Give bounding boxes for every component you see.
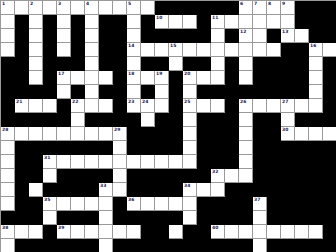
- black-cell-r12c5: [71, 169, 85, 183]
- white-cell-r8c10[interactable]: [141, 113, 155, 127]
- white-cell-r7c3[interactable]: [43, 99, 57, 113]
- black-cell-r1c5: [71, 15, 85, 29]
- black-cell-r17c2: [29, 239, 43, 252]
- white-cell-r6c13[interactable]: [183, 85, 197, 99]
- white-cell-r4c9[interactable]: [127, 57, 141, 71]
- white-cell-r13c0[interactable]: [1, 183, 15, 197]
- white-cell-r11c13[interactable]: [183, 155, 197, 169]
- white-cell-r9c6[interactable]: [85, 127, 99, 141]
- white-cell-r3c2[interactable]: [29, 43, 43, 57]
- white-cell-r16c15[interactable]: 40: [211, 225, 225, 239]
- white-cell-r0c9[interactable]: 5: [127, 1, 141, 15]
- black-cell-r10c9: [127, 141, 141, 155]
- white-cell-r0c0[interactable]: 1: [1, 1, 15, 15]
- black-cell-r15c5: [71, 211, 85, 225]
- black-cell-r13c10: [141, 183, 155, 197]
- white-cell-r12c3[interactable]: [43, 169, 57, 183]
- white-cell-r13c13[interactable]: 34: [183, 183, 197, 197]
- white-cell-r3c14[interactable]: [197, 43, 211, 57]
- black-cell-r6c15: [211, 85, 225, 99]
- white-cell-r0c2[interactable]: 2: [29, 1, 43, 15]
- white-cell-r14c11[interactable]: [155, 197, 169, 211]
- black-cell-r6c23: [323, 85, 336, 99]
- black-cell-r3c1: [15, 43, 29, 57]
- white-cell-r1c11[interactable]: 10: [155, 15, 169, 29]
- clue-number-12: 12: [240, 29, 246, 34]
- white-cell-r9c13[interactable]: [183, 127, 197, 141]
- white-cell-r5c6[interactable]: [85, 71, 99, 85]
- white-cell-r4c15[interactable]: [211, 57, 225, 71]
- black-cell-r10c18: [253, 141, 267, 155]
- white-cell-r9c4[interactable]: [57, 127, 71, 141]
- white-cell-r5c13[interactable]: 20: [183, 71, 197, 85]
- white-cell-r8c20[interactable]: [281, 113, 295, 127]
- white-cell-r9c7[interactable]: [99, 127, 113, 141]
- black-cell-r8c23: [323, 113, 336, 127]
- white-cell-r0c19[interactable]: 8: [267, 1, 281, 15]
- white-cell-r0c7[interactable]: [99, 1, 113, 15]
- black-cell-r3c5: [71, 43, 85, 57]
- clue-number-31: 31: [44, 155, 50, 160]
- white-cell-r1c4[interactable]: [57, 15, 71, 29]
- white-cell-r5c22[interactable]: [309, 71, 323, 85]
- clue-number-34: 34: [184, 183, 190, 188]
- white-cell-r4c17[interactable]: [239, 57, 253, 71]
- black-cell-r8c19: [267, 113, 281, 127]
- white-cell-r11c6[interactable]: [85, 155, 99, 169]
- white-cell-r1c18[interactable]: [253, 15, 267, 29]
- white-cell-r13c15[interactable]: [211, 183, 225, 197]
- white-cell-r2c20[interactable]: 13: [281, 29, 295, 43]
- white-cell-r10c8[interactable]: [113, 141, 127, 155]
- black-cell-r17c19: [267, 239, 281, 252]
- white-cell-r11c7[interactable]: [99, 155, 113, 169]
- white-cell-r1c12[interactable]: [169, 15, 183, 29]
- white-cell-r0c20[interactable]: 9: [281, 1, 295, 15]
- clue-number-23: 23: [128, 99, 134, 104]
- black-cell-r6c20: [281, 85, 295, 99]
- white-cell-r16c22[interactable]: [309, 225, 323, 239]
- black-cell-r10c21: [295, 141, 309, 155]
- black-cell-r11c19: [267, 155, 281, 169]
- black-cell-r6c7: [99, 85, 113, 99]
- white-cell-r17c0[interactable]: [1, 239, 15, 252]
- white-cell-r5c7[interactable]: [99, 71, 113, 85]
- white-cell-r14c4[interactable]: [57, 197, 71, 211]
- white-cell-r4c12[interactable]: [169, 57, 183, 71]
- white-cell-r16c4[interactable]: 39: [57, 225, 71, 239]
- white-cell-r2c15[interactable]: [211, 29, 225, 43]
- black-cell-r14c14: [197, 197, 211, 211]
- white-cell-r3c17[interactable]: [239, 43, 253, 57]
- white-cell-r0c5[interactable]: [71, 1, 85, 15]
- white-cell-r0c8[interactable]: [113, 1, 127, 15]
- white-cell-r9c3[interactable]: [43, 127, 57, 141]
- white-cell-r9c8[interactable]: 29: [113, 127, 127, 141]
- clue-number-5: 5: [128, 1, 131, 6]
- white-cell-r13c14[interactable]: [197, 183, 211, 197]
- white-cell-r1c16[interactable]: [225, 15, 239, 29]
- white-cell-r3c12[interactable]: 15: [169, 43, 183, 57]
- black-cell-r11c15: [211, 155, 225, 169]
- black-cell-r3c21: [295, 43, 309, 57]
- black-cell-r0c12: [169, 1, 183, 15]
- black-cell-r10c7: [99, 141, 113, 155]
- white-cell-r7c6[interactable]: [85, 99, 99, 113]
- black-cell-r10c15: [211, 141, 225, 155]
- white-cell-r0c10[interactable]: [141, 1, 155, 15]
- white-cell-r9c5[interactable]: [71, 127, 85, 141]
- white-cell-r3c19[interactable]: [267, 43, 281, 57]
- clue-number-21: 21: [16, 99, 22, 104]
- black-cell-r4c4: [57, 57, 71, 71]
- white-cell-r17c18[interactable]: [253, 239, 267, 252]
- black-cell-r8c6: [85, 113, 99, 127]
- white-cell-r16c19[interactable]: [267, 225, 281, 239]
- white-cell-r7c22[interactable]: [309, 99, 323, 113]
- black-cell-r5c1: [15, 71, 29, 85]
- white-cell-r0c4[interactable]: 3: [57, 1, 71, 15]
- white-cell-r10c17[interactable]: [239, 141, 253, 155]
- white-cell-r9c0[interactable]: 28: [1, 127, 15, 141]
- white-cell-r2c17[interactable]: 12: [239, 29, 253, 43]
- white-cell-r14c6[interactable]: [85, 197, 99, 211]
- white-cell-r7c2[interactable]: [29, 99, 43, 113]
- black-cell-r15c17: [239, 211, 253, 225]
- white-cell-r9c21[interactable]: [295, 127, 309, 141]
- white-cell-r11c3[interactable]: 31: [43, 155, 57, 169]
- white-cell-r1c0[interactable]: [1, 15, 15, 29]
- white-cell-r14c0[interactable]: [1, 197, 15, 211]
- white-cell-r2c18[interactable]: [253, 29, 267, 43]
- white-cell-r11c8[interactable]: [113, 155, 127, 169]
- white-cell-r7c19[interactable]: [267, 99, 281, 113]
- white-cell-r14c5[interactable]: [71, 197, 85, 211]
- white-cell-r5c15[interactable]: [211, 71, 225, 85]
- black-cell-r17c5: [71, 239, 85, 252]
- white-cell-r3c0[interactable]: [1, 43, 15, 57]
- black-cell-r2c23: [323, 29, 336, 43]
- black-cell-r17c4: [57, 239, 71, 252]
- white-cell-r6c11[interactable]: [155, 85, 169, 99]
- white-cell-r4c6[interactable]: [85, 57, 99, 71]
- white-cell-r5c17[interactable]: [239, 71, 253, 85]
- black-cell-r0c11: [155, 1, 169, 15]
- clue-number-35: 35: [44, 197, 50, 202]
- white-cell-r11c10[interactable]: [141, 155, 155, 169]
- white-cell-r13c7[interactable]: 33: [99, 183, 113, 197]
- white-cell-r1c9[interactable]: [127, 15, 141, 29]
- white-cell-r0c18[interactable]: 7: [253, 1, 267, 15]
- white-cell-r6c4[interactable]: [57, 85, 71, 99]
- white-cell-r7c14[interactable]: [197, 99, 211, 113]
- black-cell-r12c6: [85, 169, 99, 183]
- white-cell-r9c23[interactable]: [323, 127, 336, 141]
- black-cell-r13c16: [225, 183, 239, 197]
- black-cell-r12c4: [57, 169, 71, 183]
- black-cell-r13c3: [43, 183, 57, 197]
- black-cell-r9c15: [211, 127, 225, 141]
- black-cell-r2c11: [155, 29, 169, 43]
- clue-number-29: 29: [114, 127, 120, 132]
- white-cell-r1c17[interactable]: [239, 15, 253, 29]
- white-cell-r5c2[interactable]: [29, 71, 43, 85]
- white-cell-r11c0[interactable]: [1, 155, 15, 169]
- white-cell-r9c17[interactable]: [239, 127, 253, 141]
- white-cell-r16c5[interactable]: [71, 225, 85, 239]
- white-cell-r7c21[interactable]: [295, 99, 309, 113]
- black-cell-r2c3: [43, 29, 57, 43]
- black-cell-r4c16: [225, 57, 239, 71]
- black-cell-r8c16: [225, 113, 239, 127]
- white-cell-r7c1[interactable]: 21: [15, 99, 29, 113]
- white-cell-r14c3[interactable]: 35: [43, 197, 57, 211]
- white-cell-r12c16[interactable]: [225, 169, 239, 183]
- black-cell-r15c19: [267, 211, 281, 225]
- black-cell-r17c23: [323, 239, 336, 252]
- white-cell-r11c12[interactable]: [169, 155, 183, 169]
- white-cell-r12c15[interactable]: 32: [211, 169, 225, 183]
- white-cell-r7c17[interactable]: 26: [239, 99, 253, 113]
- black-cell-r3c8: [113, 43, 127, 57]
- white-cell-r0c1[interactable]: [15, 1, 29, 15]
- white-cell-r8c13[interactable]: [183, 113, 197, 127]
- black-cell-r4c7: [99, 57, 113, 71]
- white-cell-r17c7[interactable]: [99, 239, 113, 252]
- white-cell-r16c9[interactable]: [127, 225, 141, 239]
- black-cell-r12c20: [281, 169, 295, 183]
- white-cell-r6c6[interactable]: [85, 85, 99, 99]
- white-cell-r11c4[interactable]: [57, 155, 71, 169]
- black-cell-r13c21: [295, 183, 309, 197]
- black-cell-r14c21: [295, 197, 309, 211]
- black-cell-r10c16: [225, 141, 239, 155]
- white-cell-r7c10[interactable]: 24: [141, 99, 155, 113]
- black-cell-r12c13: [183, 169, 197, 183]
- black-cell-r8c22: [309, 113, 323, 127]
- black-cell-r11c21: [295, 155, 309, 169]
- white-cell-r7c15[interactable]: [211, 99, 225, 113]
- black-cell-r2c10: [141, 29, 155, 43]
- black-cell-r17c14: [197, 239, 211, 252]
- black-cell-r13c22: [309, 183, 323, 197]
- white-cell-r7c9[interactable]: 23: [127, 99, 141, 113]
- white-cell-r4c22[interactable]: [309, 57, 323, 71]
- white-cell-r10c0[interactable]: [1, 141, 15, 155]
- white-cell-r11c11[interactable]: [155, 155, 169, 169]
- white-cell-r7c7[interactable]: [99, 99, 113, 113]
- white-cell-r2c21[interactable]: [295, 29, 309, 43]
- white-cell-r3c4[interactable]: [57, 43, 71, 57]
- white-cell-r12c8[interactable]: [113, 169, 127, 183]
- white-cell-r0c3[interactable]: [43, 1, 57, 15]
- white-cell-r5c9[interactable]: 18: [127, 71, 141, 85]
- black-cell-r2c22: [309, 29, 323, 43]
- black-cell-r8c1: [15, 113, 29, 127]
- white-cell-r12c0[interactable]: [1, 169, 15, 183]
- white-cell-r9c2[interactable]: [29, 127, 43, 141]
- black-cell-r8c7: [99, 113, 113, 127]
- clue-number-26: 26: [240, 99, 246, 104]
- clue-number-32: 32: [212, 169, 218, 174]
- white-cell-r16c2[interactable]: [29, 225, 43, 239]
- white-cell-r3c22[interactable]: 16: [309, 43, 323, 57]
- white-cell-r1c6[interactable]: [85, 15, 99, 29]
- white-cell-r5c11[interactable]: 19: [155, 71, 169, 85]
- black-cell-r8c4: [57, 113, 71, 127]
- white-cell-r9c22[interactable]: [309, 127, 323, 141]
- white-cell-r1c19[interactable]: [267, 15, 281, 29]
- black-cell-r12c2: [29, 169, 43, 183]
- black-cell-r4c8: [113, 57, 127, 71]
- black-cell-r4c19: [267, 57, 281, 71]
- black-cell-r12c18: [253, 169, 267, 183]
- black-cell-r15c23: [323, 211, 336, 225]
- clue-number-38: 38: [2, 225, 8, 230]
- white-cell-r14c13[interactable]: [183, 197, 197, 211]
- black-cell-r12c19: [267, 169, 281, 183]
- white-cell-r3c9[interactable]: 14: [127, 43, 141, 57]
- black-cell-r4c1: [15, 57, 29, 71]
- white-cell-r0c6[interactable]: 4: [85, 1, 99, 15]
- white-cell-r6c22[interactable]: [309, 85, 323, 99]
- black-cell-r14c15: [211, 197, 225, 211]
- white-cell-r9c20[interactable]: 30: [281, 127, 295, 141]
- white-cell-r9c1[interactable]: [15, 127, 29, 141]
- black-cell-r10c1: [15, 141, 29, 155]
- black-cell-r10c22: [309, 141, 323, 155]
- black-cell-r15c15: [211, 211, 225, 225]
- white-cell-r2c4[interactable]: [57, 29, 71, 43]
- white-cell-r7c11[interactable]: [155, 99, 169, 113]
- white-cell-r16c6[interactable]: [85, 225, 99, 239]
- black-cell-r13c1: [15, 183, 29, 197]
- black-cell-r12c1: [15, 169, 29, 183]
- black-cell-r15c11: [155, 211, 169, 225]
- white-cell-r12c17[interactable]: [239, 169, 253, 183]
- white-cell-r15c13[interactable]: [183, 211, 197, 225]
- white-cell-r13c8[interactable]: [113, 183, 127, 197]
- black-cell-r8c9: [127, 113, 141, 127]
- white-cell-r15c3[interactable]: [43, 211, 57, 225]
- black-cell-r10c23: [323, 141, 336, 155]
- white-cell-r16c8[interactable]: [113, 225, 127, 239]
- white-cell-r10c13[interactable]: [183, 141, 197, 155]
- black-cell-r4c10: [141, 57, 155, 71]
- white-cell-r7c20[interactable]: 27: [281, 99, 295, 113]
- white-cell-r2c2[interactable]: [29, 29, 43, 43]
- white-cell-r16c21[interactable]: [295, 225, 309, 239]
- black-cell-r2c19: [267, 29, 281, 43]
- white-cell-r5c10[interactable]: [141, 71, 155, 85]
- white-cell-r3c11[interactable]: [155, 43, 169, 57]
- white-cell-r3c18[interactable]: [253, 43, 267, 57]
- black-cell-r5c16: [225, 71, 239, 85]
- white-cell-r7c18[interactable]: [253, 99, 267, 113]
- black-cell-r11c1: [15, 155, 29, 169]
- white-cell-r7c5[interactable]: 22: [71, 99, 85, 113]
- white-cell-r14c18[interactable]: 37: [253, 197, 267, 211]
- black-cell-r15c14: [197, 211, 211, 225]
- white-cell-r11c5[interactable]: [71, 155, 85, 169]
- white-cell-r13c2[interactable]: [29, 183, 43, 197]
- black-cell-r1c8: [113, 15, 127, 29]
- black-cell-r1c21: [295, 15, 309, 29]
- black-cell-r15c0: [1, 211, 15, 225]
- white-cell-r16c20[interactable]: [281, 225, 295, 239]
- white-cell-r4c2[interactable]: [29, 57, 43, 71]
- white-cell-r3c16[interactable]: [225, 43, 239, 57]
- clue-number-19: 19: [156, 71, 162, 76]
- black-cell-r4c23: [323, 57, 336, 71]
- white-cell-r14c7[interactable]: [99, 197, 113, 211]
- black-cell-r10c2: [29, 141, 43, 155]
- white-cell-r14c12[interactable]: [169, 197, 183, 211]
- white-cell-r2c6[interactable]: [85, 29, 99, 43]
- black-cell-r15c22: [309, 211, 323, 225]
- white-cell-r15c7[interactable]: [99, 211, 113, 225]
- clue-number-10: 10: [156, 15, 162, 20]
- white-cell-r3c15[interactable]: [211, 43, 225, 57]
- white-cell-r16c7[interactable]: [99, 225, 113, 239]
- black-cell-r17c6: [85, 239, 99, 252]
- black-cell-r6c14: [197, 85, 211, 99]
- white-cell-r3c10[interactable]: [141, 43, 155, 57]
- white-cell-r2c9[interactable]: [127, 29, 141, 43]
- white-cell-r3c13[interactable]: [183, 43, 197, 57]
- white-cell-r8c5[interactable]: [71, 113, 85, 127]
- white-cell-r16c16[interactable]: [225, 225, 239, 239]
- black-cell-r14c23: [323, 197, 336, 211]
- black-cell-r6c3: [43, 85, 57, 99]
- white-cell-r6c9[interactable]: [127, 85, 141, 99]
- white-cell-r0c17[interactable]: 6: [239, 1, 253, 15]
- white-cell-r16c18[interactable]: [253, 225, 267, 239]
- white-cell-r16c1[interactable]: [15, 225, 29, 239]
- black-cell-r6c17: [239, 85, 253, 99]
- white-cell-r5c4[interactable]: 17: [57, 71, 71, 85]
- white-cell-r3c6[interactable]: [85, 43, 99, 57]
- black-cell-r11c2: [29, 155, 43, 169]
- black-cell-r15c21: [295, 211, 309, 225]
- white-cell-r1c20[interactable]: [281, 15, 295, 29]
- white-cell-r1c15[interactable]: 11: [211, 15, 225, 29]
- black-cell-r17c15: [211, 239, 225, 252]
- white-cell-r1c2[interactable]: [29, 15, 43, 29]
- white-cell-r16c17[interactable]: [239, 225, 253, 239]
- black-cell-r5c3: [43, 71, 57, 85]
- black-cell-r10c11: [155, 141, 169, 155]
- clue-number-3: 3: [58, 1, 61, 6]
- white-cell-r5c14[interactable]: [197, 71, 211, 85]
- white-cell-r1c13[interactable]: [183, 15, 197, 29]
- white-cell-r14c10[interactable]: [141, 197, 155, 211]
- white-cell-r11c9[interactable]: [127, 155, 141, 169]
- white-cell-r3c23[interactable]: [323, 43, 336, 57]
- white-cell-r7c13[interactable]: 25: [183, 99, 197, 113]
- white-cell-r15c18[interactable]: [253, 211, 267, 225]
- white-cell-r14c9[interactable]: 36: [127, 197, 141, 211]
- white-cell-r16c0[interactable]: 38: [1, 225, 15, 239]
- white-cell-r8c17[interactable]: [239, 113, 253, 127]
- white-cell-r2c0[interactable]: [1, 29, 15, 43]
- clue-number-18: 18: [128, 71, 134, 76]
- white-cell-r11c17[interactable]: [239, 155, 253, 169]
- black-cell-r15c1: [15, 211, 29, 225]
- clue-number-8: 8: [268, 1, 271, 6]
- white-cell-r5c5[interactable]: [71, 71, 85, 85]
- white-cell-r16c12[interactable]: [169, 225, 183, 239]
